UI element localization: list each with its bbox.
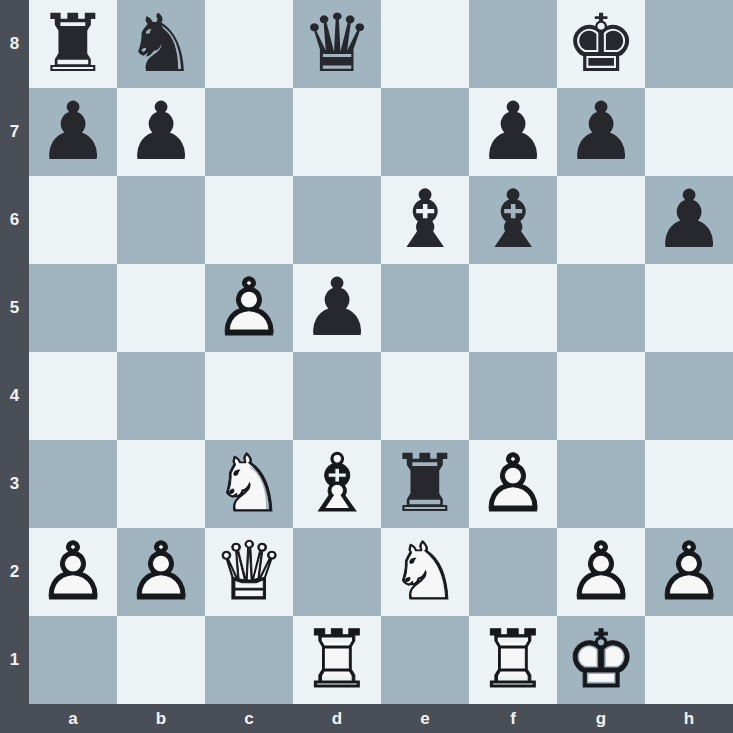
black-bishop-icon: ♝ (381, 176, 469, 264)
file-label-c: c (205, 704, 293, 733)
rank-label-3: 3 (0, 440, 29, 528)
square-a8[interactable]: ♜ (29, 0, 117, 88)
file-label-f: f (469, 704, 557, 733)
white-queen-outline-icon: ♕ (205, 528, 293, 616)
square-g3[interactable] (557, 440, 645, 528)
file-label-g: g (557, 704, 645, 733)
square-f4[interactable] (469, 352, 557, 440)
coord-corner (0, 704, 29, 733)
black-pawn-icon: ♟ (293, 264, 381, 352)
black-rook-icon: ♜ (29, 0, 117, 88)
file-label-e: e (381, 704, 469, 733)
square-d1[interactable]: ♜♖ (293, 616, 381, 704)
black-knight-icon: ♞ (117, 0, 205, 88)
square-b3[interactable] (117, 440, 205, 528)
square-h4[interactable] (645, 352, 733, 440)
white-pawn-outline-icon: ♙ (117, 528, 205, 616)
square-a3[interactable] (29, 440, 117, 528)
rank-label-1: 1 (0, 616, 29, 704)
piece-black-pawn[interactable]: ♟ (557, 88, 645, 176)
white-pawn-outline-icon: ♙ (557, 528, 645, 616)
piece-black-bishop[interactable]: ♝ (469, 176, 557, 264)
square-c2[interactable]: ♛♕ (205, 528, 293, 616)
square-c3[interactable]: ♞♘ (205, 440, 293, 528)
piece-white-queen[interactable]: ♛♕ (205, 528, 293, 616)
square-g4[interactable] (557, 352, 645, 440)
square-h8[interactable] (645, 0, 733, 88)
black-king-icon: ♚ (557, 0, 645, 88)
piece-black-rook[interactable]: ♜ (29, 0, 117, 88)
square-g2[interactable]: ♟♙ (557, 528, 645, 616)
square-d8[interactable]: ♛ (293, 0, 381, 88)
square-d4[interactable] (293, 352, 381, 440)
white-pawn-outline-icon: ♙ (29, 528, 117, 616)
square-h3[interactable] (645, 440, 733, 528)
square-d6[interactable] (293, 176, 381, 264)
square-h1[interactable] (645, 616, 733, 704)
square-e3[interactable]: ♜ (381, 440, 469, 528)
file-label-d: d (293, 704, 381, 733)
square-e7[interactable] (381, 88, 469, 176)
square-g1[interactable]: ♚♔ (557, 616, 645, 704)
white-pawn-outline-icon: ♙ (205, 264, 293, 352)
white-pawn-outline-icon: ♙ (469, 440, 557, 528)
piece-white-pawn[interactable]: ♟♙ (469, 440, 557, 528)
square-b8[interactable]: ♞ (117, 0, 205, 88)
square-f6[interactable]: ♝ (469, 176, 557, 264)
square-a2[interactable]: ♟♙ (29, 528, 117, 616)
rank-label-4: 4 (0, 352, 29, 440)
piece-white-pawn[interactable]: ♟♙ (557, 528, 645, 616)
square-e5[interactable] (381, 264, 469, 352)
square-a5[interactable] (29, 264, 117, 352)
square-a6[interactable] (29, 176, 117, 264)
square-f8[interactable] (469, 0, 557, 88)
white-king-outline-icon: ♔ (557, 616, 645, 704)
square-c8[interactable] (205, 0, 293, 88)
file-label-h: h (645, 704, 733, 733)
square-h2[interactable]: ♟♙ (645, 528, 733, 616)
white-pawn-outline-icon: ♙ (645, 528, 733, 616)
square-b4[interactable] (117, 352, 205, 440)
black-queen-icon: ♛ (293, 0, 381, 88)
piece-white-rook[interactable]: ♜♖ (469, 616, 557, 704)
square-f2[interactable] (469, 528, 557, 616)
rank-label-7: 7 (0, 88, 29, 176)
piece-black-king[interactable]: ♚ (557, 0, 645, 88)
square-h6[interactable]: ♟ (645, 176, 733, 264)
square-d5[interactable]: ♟ (293, 264, 381, 352)
piece-white-king[interactable]: ♚♔ (557, 616, 645, 704)
black-pawn-icon: ♟ (469, 88, 557, 176)
piece-black-queen[interactable]: ♛ (293, 0, 381, 88)
square-b2[interactable]: ♟♙ (117, 528, 205, 616)
square-c5[interactable]: ♟♙ (205, 264, 293, 352)
square-e6[interactable]: ♝ (381, 176, 469, 264)
piece-black-bishop[interactable]: ♝ (381, 176, 469, 264)
piece-black-pawn[interactable]: ♟ (117, 88, 205, 176)
white-bishop-outline-icon: ♗ (293, 440, 381, 528)
piece-black-pawn[interactable]: ♟ (29, 88, 117, 176)
square-b5[interactable] (117, 264, 205, 352)
piece-white-bishop[interactable]: ♝♗ (293, 440, 381, 528)
white-rook-outline-icon: ♖ (293, 616, 381, 704)
piece-white-rook[interactable]: ♜♖ (293, 616, 381, 704)
square-g8[interactable]: ♚ (557, 0, 645, 88)
square-c1[interactable] (205, 616, 293, 704)
black-pawn-icon: ♟ (645, 176, 733, 264)
square-h7[interactable] (645, 88, 733, 176)
square-f1[interactable]: ♜♖ (469, 616, 557, 704)
black-pawn-icon: ♟ (557, 88, 645, 176)
square-g5[interactable] (557, 264, 645, 352)
rank-label-8: 8 (0, 0, 29, 88)
square-d3[interactable]: ♝♗ (293, 440, 381, 528)
square-e2[interactable]: ♞♘ (381, 528, 469, 616)
square-d2[interactable] (293, 528, 381, 616)
file-label-b: b (117, 704, 205, 733)
piece-black-pawn[interactable]: ♟ (293, 264, 381, 352)
square-h5[interactable] (645, 264, 733, 352)
piece-black-pawn[interactable]: ♟ (645, 176, 733, 264)
rank-label-2: 2 (0, 528, 29, 616)
square-a1[interactable] (29, 616, 117, 704)
piece-white-pawn[interactable]: ♟♙ (117, 528, 205, 616)
piece-black-pawn[interactable]: ♟ (469, 88, 557, 176)
square-e4[interactable] (381, 352, 469, 440)
square-b1[interactable] (117, 616, 205, 704)
rank-label-5: 5 (0, 264, 29, 352)
square-f7[interactable]: ♟ (469, 88, 557, 176)
piece-white-knight[interactable]: ♞♘ (381, 528, 469, 616)
square-d7[interactable] (293, 88, 381, 176)
piece-black-knight[interactable]: ♞ (117, 0, 205, 88)
square-e1[interactable] (381, 616, 469, 704)
black-bishop-icon: ♝ (469, 176, 557, 264)
rank-label-6: 6 (0, 176, 29, 264)
piece-white-pawn[interactable]: ♟♙ (29, 528, 117, 616)
square-f3[interactable]: ♟♙ (469, 440, 557, 528)
square-b7[interactable]: ♟ (117, 88, 205, 176)
square-c6[interactable] (205, 176, 293, 264)
square-g7[interactable]: ♟ (557, 88, 645, 176)
white-knight-outline-icon: ♘ (381, 528, 469, 616)
piece-black-rook[interactable]: ♜ (381, 440, 469, 528)
square-e8[interactable] (381, 0, 469, 88)
square-c7[interactable] (205, 88, 293, 176)
square-a7[interactable]: ♟ (29, 88, 117, 176)
square-b6[interactable] (117, 176, 205, 264)
file-label-a: a (29, 704, 117, 733)
white-rook-outline-icon: ♖ (469, 616, 557, 704)
square-f5[interactable] (469, 264, 557, 352)
piece-white-pawn[interactable]: ♟♙ (205, 264, 293, 352)
square-c4[interactable] (205, 352, 293, 440)
square-g6[interactable] (557, 176, 645, 264)
piece-white-pawn[interactable]: ♟♙ (645, 528, 733, 616)
black-pawn-icon: ♟ (117, 88, 205, 176)
square-a4[interactable] (29, 352, 117, 440)
chess-board-screenshot: 8♜♞♛♚7♟♟♟♟6♝♝♟5♟♙♟43♞♘♝♗♜♟♙2♟♙♟♙♛♕♞♘♟♙♟♙… (0, 0, 733, 733)
chess-board: 8♜♞♛♚7♟♟♟♟6♝♝♟5♟♙♟43♞♘♝♗♜♟♙2♟♙♟♙♛♕♞♘♟♙♟♙… (0, 0, 733, 733)
black-pawn-icon: ♟ (29, 88, 117, 176)
black-rook-icon: ♜ (381, 440, 469, 528)
white-knight-outline-icon: ♘ (205, 440, 293, 528)
piece-white-knight[interactable]: ♞♘ (205, 440, 293, 528)
